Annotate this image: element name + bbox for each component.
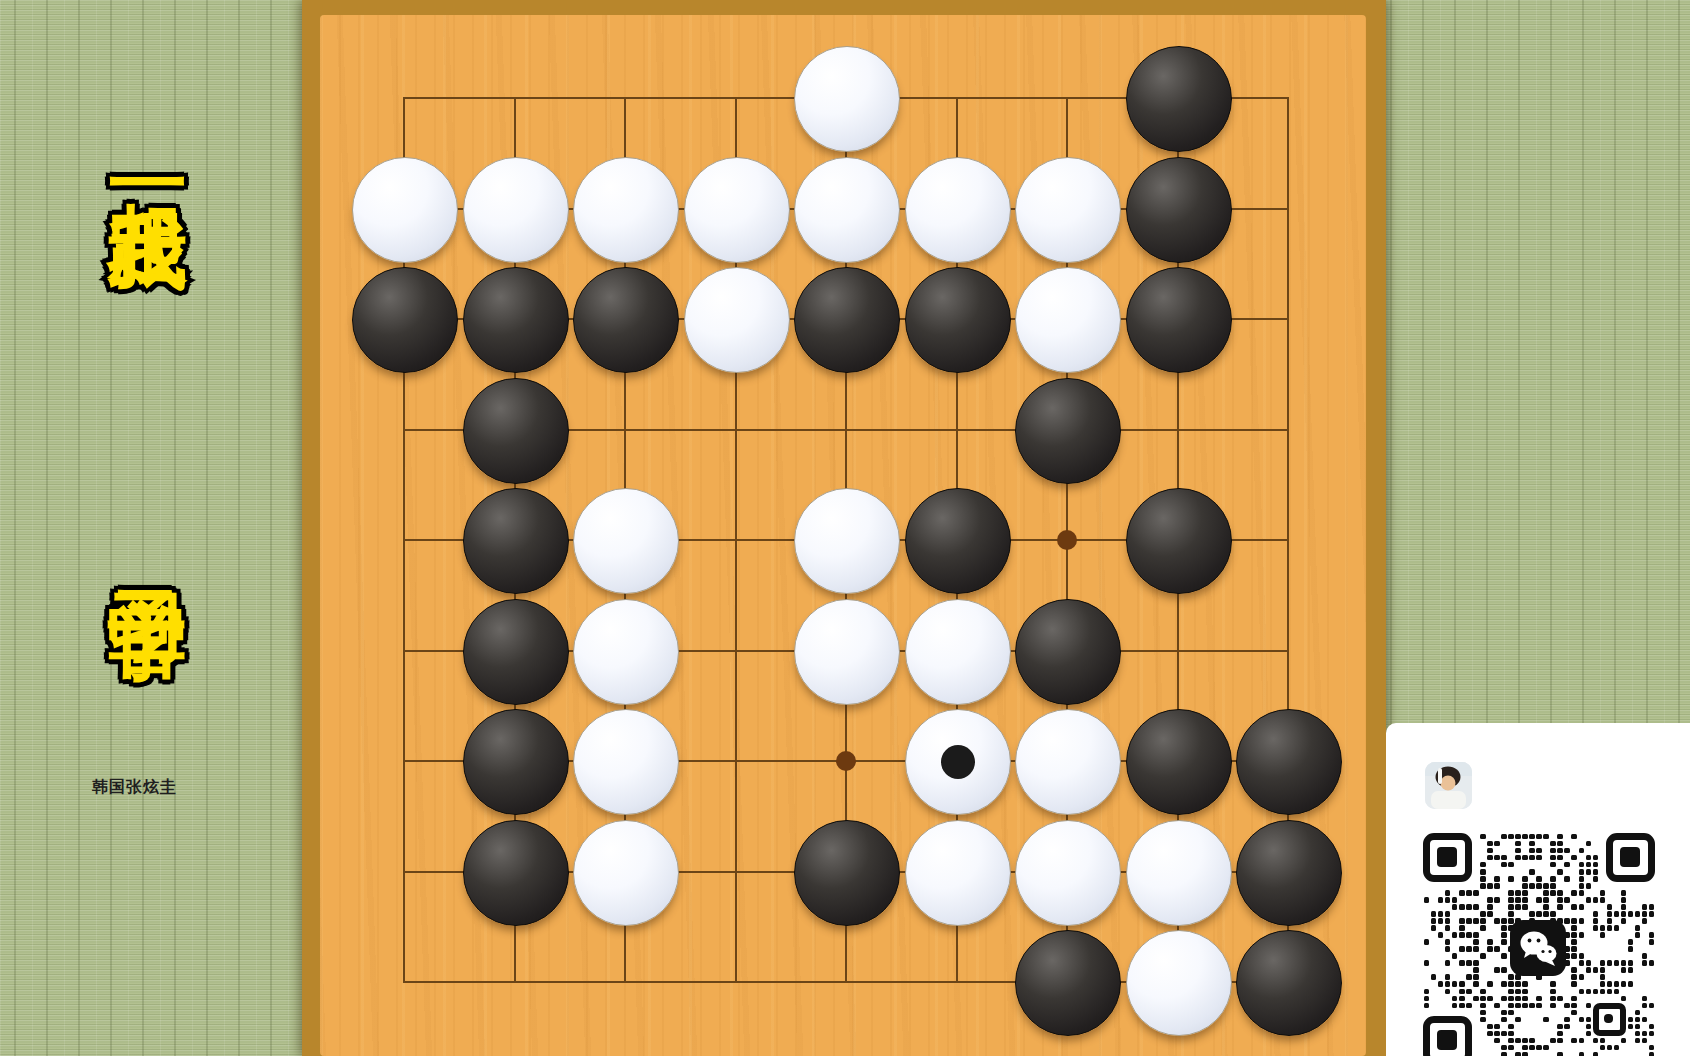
qr-module — [1515, 981, 1521, 987]
qr-module — [1593, 897, 1599, 903]
stone-black — [463, 267, 569, 373]
qr-module — [1557, 1052, 1563, 1056]
qr-module — [1564, 1017, 1570, 1023]
qr-module — [1466, 890, 1472, 896]
qr-module — [1431, 918, 1437, 924]
qr-module — [1571, 855, 1577, 861]
qr-module — [1452, 1003, 1458, 1009]
qr-module — [1522, 904, 1528, 910]
qr-module — [1614, 989, 1620, 995]
qr-module — [1494, 946, 1500, 952]
stone-black — [1236, 820, 1342, 926]
qr-module — [1508, 890, 1514, 896]
qr-module — [1508, 876, 1514, 882]
qr-module — [1557, 1038, 1563, 1044]
qr-module — [1579, 974, 1585, 980]
qr-module — [1494, 967, 1500, 973]
qr-module — [1424, 960, 1430, 966]
qr-module — [1579, 1038, 1585, 1044]
qr-module — [1536, 883, 1542, 889]
qr-module — [1543, 904, 1549, 910]
qr-module — [1466, 1003, 1472, 1009]
qr-module — [1600, 1038, 1606, 1044]
qr-module — [1564, 848, 1570, 854]
qr-module — [1508, 1038, 1514, 1044]
qr-module — [1593, 869, 1599, 875]
qr-module — [1635, 1031, 1641, 1037]
qr-module — [1501, 1052, 1507, 1056]
qr-module — [1579, 989, 1585, 995]
stone-white — [684, 157, 790, 263]
qr-module — [1593, 967, 1599, 973]
qr-module — [1431, 974, 1437, 980]
qr-module — [1614, 960, 1620, 966]
qr-module — [1550, 883, 1556, 889]
qr-module — [1494, 1031, 1500, 1037]
qr-module — [1487, 883, 1493, 889]
qr-module — [1508, 904, 1514, 910]
qr-module — [1501, 862, 1507, 868]
qr-module — [1508, 1031, 1514, 1037]
qr-module — [1459, 996, 1465, 1002]
qr-module — [1586, 1031, 1592, 1037]
qr-module — [1579, 876, 1585, 882]
qr-module — [1550, 981, 1556, 987]
qr-module — [1480, 911, 1486, 917]
qr-module — [1480, 925, 1486, 931]
qr-module — [1593, 1052, 1599, 1056]
qr-module — [1628, 1024, 1634, 1030]
qr-module — [1557, 1031, 1563, 1037]
qr-module — [1473, 904, 1479, 910]
qr-module — [1480, 876, 1486, 882]
qr-module — [1571, 932, 1577, 938]
qr-module — [1593, 876, 1599, 882]
qr-module — [1579, 862, 1585, 868]
qr-module — [1452, 996, 1458, 1002]
stone-white — [794, 599, 900, 705]
qr-module — [1614, 925, 1620, 931]
qr-module — [1445, 925, 1451, 931]
qr-module — [1557, 890, 1563, 896]
qr-module — [1494, 855, 1500, 861]
qr-module — [1557, 904, 1563, 910]
qr-module — [1466, 989, 1472, 995]
qr-module — [1621, 911, 1627, 917]
stone-black — [794, 820, 900, 926]
qr-module — [1501, 918, 1507, 924]
qr-module — [1586, 883, 1592, 889]
qr-module — [1480, 996, 1486, 1002]
qr-module — [1543, 890, 1549, 896]
qr-module — [1522, 883, 1528, 889]
qr-module — [1593, 918, 1599, 924]
qr-module — [1579, 918, 1585, 924]
qr-module — [1487, 897, 1493, 903]
qr-module — [1438, 911, 1444, 917]
qr-module — [1543, 911, 1549, 917]
stone-black — [1015, 930, 1121, 1036]
qr-module — [1473, 946, 1479, 952]
qr-module — [1438, 897, 1444, 903]
qr-module — [1649, 904, 1655, 910]
qr-module — [1494, 876, 1500, 882]
qr-module — [1459, 918, 1465, 924]
qr-module — [1480, 918, 1486, 924]
qr-module — [1550, 911, 1556, 917]
stone-white — [573, 709, 679, 815]
qr-module — [1522, 834, 1528, 840]
qr-module — [1586, 1003, 1592, 1009]
qr-module — [1431, 925, 1437, 931]
qr-module — [1642, 1003, 1648, 1009]
qr-module — [1550, 841, 1556, 847]
qr-module — [1600, 967, 1606, 973]
qr-module — [1586, 862, 1592, 868]
qr-module — [1508, 862, 1514, 868]
qr-module — [1550, 862, 1556, 868]
last-move-marker — [941, 745, 975, 779]
qr-module — [1564, 1003, 1570, 1009]
qr-module — [1473, 890, 1479, 896]
qr-module — [1557, 855, 1563, 861]
qr-finder-pattern — [1423, 1016, 1472, 1056]
page: 跟我一起 学习官子 — [0, 0, 1690, 1056]
qr-module — [1649, 911, 1655, 917]
qr-module — [1649, 960, 1655, 966]
qr-module — [1473, 981, 1479, 987]
stone-black — [463, 488, 569, 594]
qr-module — [1522, 876, 1528, 882]
qr-module — [1586, 960, 1592, 966]
qr-module — [1529, 848, 1535, 854]
qr-module — [1459, 890, 1465, 896]
qr-module — [1628, 911, 1634, 917]
qr-module — [1635, 932, 1641, 938]
qr-module — [1459, 925, 1465, 931]
qr-module — [1600, 981, 1606, 987]
qr-module — [1593, 855, 1599, 861]
qr-module — [1579, 904, 1585, 910]
qr-module — [1579, 1017, 1585, 1023]
qr-module — [1586, 869, 1592, 875]
qr-module — [1543, 1045, 1549, 1051]
qr-module — [1522, 1045, 1528, 1051]
qr-module — [1508, 989, 1514, 995]
stone-white — [1015, 267, 1121, 373]
qr-alignment-pattern — [1593, 1003, 1626, 1036]
qr-module — [1529, 869, 1535, 875]
qr-module — [1487, 1031, 1493, 1037]
qr-module — [1424, 897, 1430, 903]
qr-module — [1515, 989, 1521, 995]
qr-module — [1501, 1017, 1507, 1023]
qr-module — [1642, 996, 1648, 1002]
qr-module — [1445, 946, 1451, 952]
stone-white — [573, 488, 679, 594]
stone-white — [573, 157, 679, 263]
qr-module — [1579, 883, 1585, 889]
qr-module — [1508, 1045, 1514, 1051]
qr-module — [1501, 996, 1507, 1002]
qr-module — [1445, 989, 1451, 995]
qr-module — [1501, 1031, 1507, 1037]
star-point — [1057, 530, 1077, 550]
qr-module — [1557, 841, 1563, 847]
stone-white — [1015, 157, 1121, 263]
qr-module — [1501, 932, 1507, 938]
qr-module — [1515, 1017, 1521, 1023]
qr-module — [1571, 918, 1577, 924]
qr-module — [1550, 996, 1556, 1002]
stone-black — [794, 267, 900, 373]
qr-module — [1600, 989, 1606, 995]
qr-module — [1593, 925, 1599, 931]
qr-module — [1607, 1045, 1613, 1051]
qr-module — [1445, 981, 1451, 987]
qr-module — [1466, 918, 1472, 924]
qr-module — [1522, 1052, 1528, 1056]
qr-module — [1445, 918, 1451, 924]
qr-module — [1424, 939, 1430, 945]
qr-module — [1515, 1052, 1521, 1056]
qr-module — [1452, 904, 1458, 910]
qr-module — [1536, 897, 1542, 903]
stone-black — [1126, 267, 1232, 373]
qr-module — [1536, 1045, 1542, 1051]
stone-white — [1015, 820, 1121, 926]
qr-module — [1515, 1003, 1521, 1009]
qr-module — [1621, 960, 1627, 966]
qr-module — [1487, 848, 1493, 854]
qr-module — [1529, 1003, 1535, 1009]
qr-module — [1431, 911, 1437, 917]
qr-module — [1515, 834, 1521, 840]
qr-module — [1586, 1017, 1592, 1023]
qr-module — [1614, 981, 1620, 987]
qr-module — [1571, 925, 1577, 931]
stone-black — [463, 709, 569, 815]
qr-module — [1438, 918, 1444, 924]
qr-module — [1480, 953, 1486, 959]
stone-black — [905, 488, 1011, 594]
stone-white — [905, 157, 1011, 263]
qr-module — [1508, 981, 1514, 987]
avatar — [1425, 762, 1472, 809]
qr-module — [1522, 981, 1528, 987]
qr-module — [1579, 953, 1585, 959]
qr-module — [1522, 989, 1528, 995]
qr-module — [1649, 1031, 1655, 1037]
qr-module — [1494, 1024, 1500, 1030]
qr-module — [1543, 897, 1549, 903]
qr-module — [1480, 834, 1486, 840]
stone-white — [684, 267, 790, 373]
qr-module — [1649, 939, 1655, 945]
stone-black — [1126, 488, 1232, 594]
stone-black — [1236, 930, 1342, 1036]
qr-module — [1529, 1045, 1535, 1051]
stone-white — [573, 599, 679, 705]
qr-module — [1564, 876, 1570, 882]
qr-module — [1642, 1031, 1648, 1037]
qr-module — [1642, 904, 1648, 910]
qr-module — [1621, 996, 1627, 1002]
qr-module — [1473, 939, 1479, 945]
qr-module — [1571, 1038, 1577, 1044]
qr-module — [1635, 1024, 1641, 1030]
qr-module — [1487, 939, 1493, 945]
qr-module — [1459, 1003, 1465, 1009]
qr-module — [1571, 996, 1577, 1002]
qr-module — [1607, 918, 1613, 924]
qr-module — [1529, 1038, 1535, 1044]
qr-finder-pattern — [1423, 833, 1472, 882]
qr-module — [1635, 1017, 1641, 1023]
qr-module — [1557, 996, 1563, 1002]
stone-black — [905, 267, 1011, 373]
qr-module — [1536, 848, 1542, 854]
qr-module — [1494, 1003, 1500, 1009]
qr-module — [1501, 925, 1507, 931]
qr-module — [1487, 841, 1493, 847]
qr-module — [1642, 953, 1648, 959]
qr-module — [1473, 967, 1479, 973]
qr-module — [1473, 932, 1479, 938]
qr-module — [1586, 841, 1592, 847]
qr-module — [1501, 939, 1507, 945]
qr-module — [1593, 989, 1599, 995]
qr-module — [1557, 869, 1563, 875]
qr-module — [1571, 939, 1577, 945]
qr-module — [1579, 848, 1585, 854]
qr-module — [1494, 883, 1500, 889]
qr-module — [1522, 897, 1528, 903]
stone-white — [352, 157, 458, 263]
wechat-icon — [1510, 920, 1566, 976]
qr-finder-pattern — [1606, 833, 1655, 882]
qr-module — [1550, 989, 1556, 995]
qr-module — [1600, 890, 1606, 896]
qr-module — [1515, 841, 1521, 847]
qr-module — [1515, 848, 1521, 854]
qr-module — [1550, 1003, 1556, 1009]
stone-black — [463, 599, 569, 705]
qr-module — [1586, 897, 1592, 903]
stone-white — [905, 709, 1011, 815]
qr-module — [1480, 869, 1486, 875]
qr-module — [1473, 974, 1479, 980]
qr-module — [1600, 925, 1606, 931]
wechat-qr-code — [1423, 833, 1655, 1056]
qr-module — [1424, 989, 1430, 995]
qr-module — [1571, 890, 1577, 896]
qr-module — [1466, 904, 1472, 910]
qr-module — [1642, 911, 1648, 917]
qr-module — [1501, 1045, 1507, 1051]
qr-module — [1536, 834, 1542, 840]
qr-module — [1557, 1024, 1563, 1030]
qr-module — [1445, 911, 1451, 917]
qr-module — [1628, 960, 1634, 966]
qr-module — [1515, 996, 1521, 1002]
stone-white — [573, 820, 679, 926]
qr-module — [1557, 848, 1563, 854]
qr-module — [1586, 1024, 1592, 1030]
qr-module — [1473, 960, 1479, 966]
wechat-name: 韩国张炫圭 — [92, 777, 177, 798]
qr-module — [1529, 855, 1535, 861]
qr-module — [1508, 911, 1514, 917]
qr-module — [1607, 989, 1613, 995]
stone-black — [1015, 378, 1121, 484]
qr-module — [1621, 967, 1627, 973]
stone-white — [794, 488, 900, 594]
qr-module — [1487, 946, 1493, 952]
qr-module — [1571, 967, 1577, 973]
qr-module — [1459, 960, 1465, 966]
qr-module — [1579, 890, 1585, 896]
stone-white — [905, 599, 1011, 705]
qr-module — [1445, 960, 1451, 966]
stone-white — [905, 820, 1011, 926]
qr-module — [1550, 890, 1556, 896]
qr-module — [1536, 876, 1542, 882]
stone-black — [1126, 709, 1232, 815]
qr-module — [1564, 897, 1570, 903]
qr-module — [1649, 932, 1655, 938]
qr-module — [1487, 1024, 1493, 1030]
qr-module — [1607, 925, 1613, 931]
qr-module — [1501, 953, 1507, 959]
qr-module — [1508, 1024, 1514, 1030]
qr-module — [1571, 834, 1577, 840]
qr-module — [1459, 946, 1465, 952]
qr-module — [1529, 911, 1535, 917]
qr-module — [1593, 911, 1599, 917]
qr-module — [1487, 911, 1493, 917]
qr-module — [1487, 981, 1493, 987]
qr-module — [1501, 834, 1507, 840]
qr-module — [1579, 932, 1585, 938]
qr-module — [1621, 981, 1627, 987]
stone-black — [463, 820, 569, 926]
qr-module — [1487, 855, 1493, 861]
qr-module — [1586, 855, 1592, 861]
qr-module — [1571, 946, 1577, 952]
qr-module — [1635, 1010, 1641, 1016]
qr-module — [1494, 918, 1500, 924]
qr-module — [1564, 1024, 1570, 1030]
stone-white — [1126, 930, 1232, 1036]
stone-black — [1126, 157, 1232, 263]
stone-black — [1126, 46, 1232, 152]
qr-module — [1628, 946, 1634, 952]
qr-module — [1424, 1003, 1430, 1009]
qr-module — [1487, 996, 1493, 1002]
qr-module — [1452, 897, 1458, 903]
qr-module — [1466, 974, 1472, 980]
qr-module — [1480, 1017, 1486, 1023]
qr-module — [1515, 855, 1521, 861]
qr-module — [1579, 1052, 1585, 1056]
qr-module — [1515, 904, 1521, 910]
qr-module — [1445, 897, 1451, 903]
qr-module — [1586, 967, 1592, 973]
qr-module — [1501, 967, 1507, 973]
qr-module — [1459, 932, 1465, 938]
qr-module — [1522, 855, 1528, 861]
